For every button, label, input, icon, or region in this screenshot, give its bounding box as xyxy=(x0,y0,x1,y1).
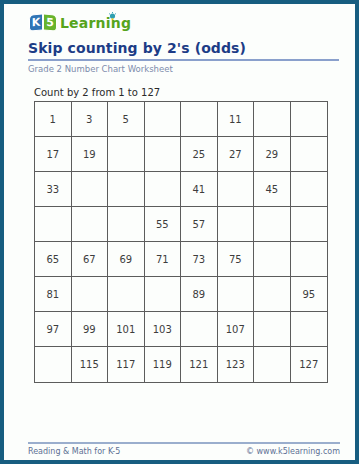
grid-cell-blank xyxy=(254,207,291,242)
grid-cell-blank xyxy=(181,312,218,347)
grid-cell-blank xyxy=(108,207,145,242)
grid-cell-blank xyxy=(145,137,182,172)
grid-cell-blank xyxy=(291,312,328,347)
grid-cell-given: 81 xyxy=(35,277,72,312)
title-block: Skip counting by 2's (odds) Grade 2 Numb… xyxy=(28,40,339,74)
grid-cell-given: 89 xyxy=(181,277,218,312)
grid-cell-blank xyxy=(254,347,291,382)
grid-cell-blank xyxy=(218,172,255,207)
grid-cell-blank xyxy=(72,172,109,207)
grid-cell-given: 69 xyxy=(108,242,145,277)
grid-cell-given: 95 xyxy=(291,277,328,312)
grid-cell-blank xyxy=(72,207,109,242)
grid-cell-given: 75 xyxy=(218,242,255,277)
logo-learning-label: Learning xyxy=(60,15,131,31)
grid-cell-given: 99 xyxy=(72,312,109,347)
grid-cell-given: 71 xyxy=(145,242,182,277)
page-footer: Reading & Math for K-5 © www.k5learning.… xyxy=(28,442,340,456)
logo-learning-text: Learning xyxy=(60,15,131,31)
grid-cell-blank xyxy=(218,207,255,242)
instruction-text: Count by 2 from 1 to 127 xyxy=(34,87,160,98)
grid-cell-blank xyxy=(72,277,109,312)
grid-cell-blank xyxy=(108,172,145,207)
worksheet-subtitle: Grade 2 Number Chart Worksheet xyxy=(28,64,339,74)
grid-cell-blank xyxy=(254,242,291,277)
grid-cell-blank xyxy=(291,137,328,172)
grid-cell-blank xyxy=(254,277,291,312)
grid-cell-given: 101 xyxy=(108,312,145,347)
footer-left-text: Reading & Math for K-5 xyxy=(28,447,120,456)
grid-cell-given: 3 xyxy=(72,102,109,137)
grid-cell-given: 27 xyxy=(218,137,255,172)
grid-cell-given: 97 xyxy=(35,312,72,347)
grid-cell-given: 67 xyxy=(72,242,109,277)
grid-cell-given: 33 xyxy=(35,172,72,207)
grid-cell-given: 45 xyxy=(254,172,291,207)
grid-cell-blank xyxy=(291,172,328,207)
grid-cell-blank xyxy=(218,277,255,312)
grid-cell-given: 1 xyxy=(35,102,72,137)
grid-cell-blank xyxy=(145,277,182,312)
grid-cell-given: 55 xyxy=(145,207,182,242)
footer-copyright-text: © www.k5learning.com xyxy=(246,447,340,456)
page-title: Skip counting by 2's (odds) xyxy=(28,40,339,61)
grid-cell-given: 11 xyxy=(218,102,255,137)
worksheet-page: K 5 Learning Skip counting by 2's (odds)… xyxy=(0,0,359,464)
grid-cell-given: 119 xyxy=(145,347,182,382)
logo-5-digit: 5 xyxy=(43,14,57,32)
grid-cell-given: 5 xyxy=(108,102,145,137)
grid-cell-given: 115 xyxy=(72,347,109,382)
grid-cell-given: 117 xyxy=(108,347,145,382)
k5-book-icon: K 5 xyxy=(29,14,57,31)
grid-cell-given: 107 xyxy=(218,312,255,347)
grid-cell-blank xyxy=(181,102,218,137)
grid-cell-blank xyxy=(35,347,72,382)
grid-cell-given: 17 xyxy=(35,137,72,172)
grid-cell-blank xyxy=(291,242,328,277)
grid-cell-blank xyxy=(145,102,182,137)
grid-cell-given: 19 xyxy=(72,137,109,172)
grid-cell-given: 29 xyxy=(254,137,291,172)
grid-cell-given: 73 xyxy=(181,242,218,277)
grid-cell-blank xyxy=(291,207,328,242)
grid-cell-given: 123 xyxy=(218,347,255,382)
logo-k-letter: K xyxy=(29,14,43,32)
grid-cell-blank xyxy=(108,137,145,172)
k5-learning-logo: K 5 Learning xyxy=(29,14,131,31)
grid-cell-blank xyxy=(108,277,145,312)
grid-cell-given: 57 xyxy=(181,207,218,242)
grid-cell-given: 25 xyxy=(181,137,218,172)
number-grid: 1351117192527293341455557656769717375818… xyxy=(34,101,328,383)
grid-cell-given: 121 xyxy=(181,347,218,382)
grid-cell-given: 41 xyxy=(181,172,218,207)
grid-cell-given: 65 xyxy=(35,242,72,277)
grid-cell-blank xyxy=(291,102,328,137)
grid-cell-given: 127 xyxy=(291,347,328,382)
grid-cell-given: 103 xyxy=(145,312,182,347)
grid-cell-blank xyxy=(254,312,291,347)
grid-cell-blank xyxy=(35,207,72,242)
lightbulb-icon xyxy=(108,8,117,24)
grid-cell-blank xyxy=(254,102,291,137)
grid-cell-blank xyxy=(145,172,182,207)
